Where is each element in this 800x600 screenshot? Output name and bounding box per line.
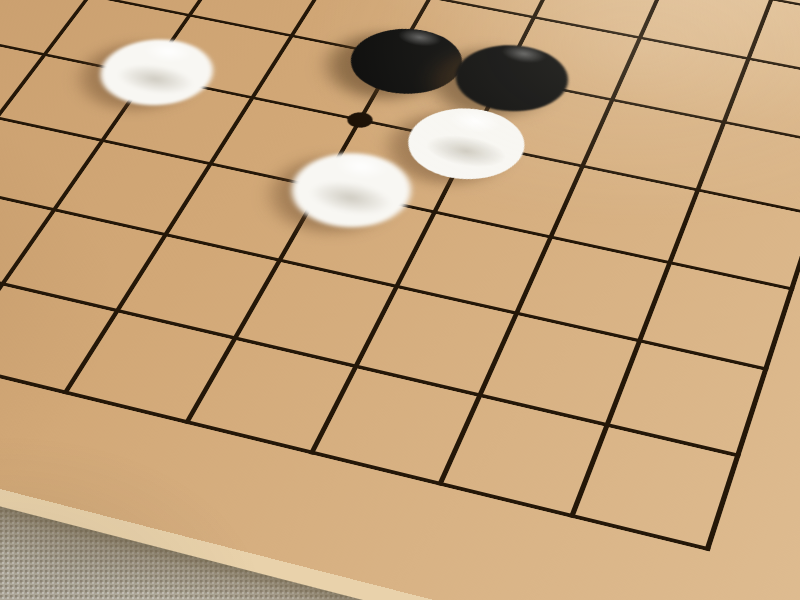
grid-line-vertical: [569, 0, 796, 518]
goban-scene: ●●●●●: [0, 0, 800, 600]
stone-white-E6: ●: [279, 136, 431, 230]
grid-line-horizontal: [0, 230, 741, 458]
grid-line-vertical: [704, 0, 800, 552]
photo-stage: ●●●●●: [0, 0, 800, 600]
stone-white-C5: ●: [87, 24, 234, 108]
goban-surface: ●●●●●: [0, 0, 800, 600]
